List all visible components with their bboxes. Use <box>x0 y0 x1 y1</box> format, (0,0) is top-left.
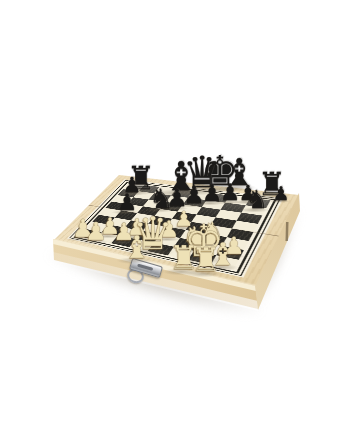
pieces-layer: ♝♚♛♜♝♟♜♟♟♟♟♟♟♞♞♟♟♟♟♟♟♟♞♟♞♛♟♚♝♝♜♜ <box>0 0 350 441</box>
chess-piece-black-knight[interactable]: ♞ <box>246 187 268 212</box>
chess-piece-black-pawn[interactable]: ♟ <box>272 184 289 203</box>
chess-piece-black-pawn[interactable]: ♟ <box>202 182 223 205</box>
chess-set-product-photo: ♝♚♛♜♝♟♜♟♟♟♟♟♟♞♞♟♟♟♟♟♟♟♞♟♞♛♟♚♝♝♜♜ <box>0 0 350 441</box>
chess-piece-white-pawn[interactable]: ♟ <box>85 219 107 244</box>
chess-piece-white-rook[interactable]: ♜ <box>191 243 221 276</box>
chess-piece-white-bishop[interactable]: ♝ <box>123 232 151 263</box>
